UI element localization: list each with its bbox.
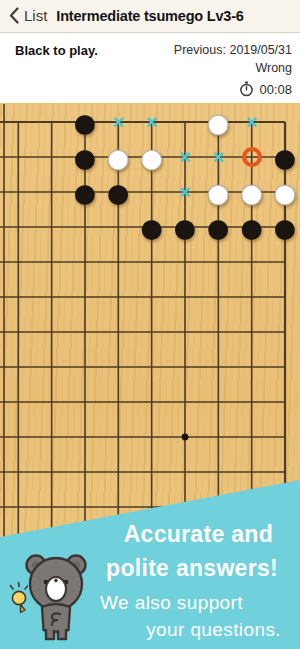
bear-mascot-icon <box>8 552 94 644</box>
goban-grid[interactable]: ●●●●●●●●●●●●●●●●×××××× <box>2 105 300 525</box>
lightbulb-rays-icon <box>11 583 28 590</box>
black-stone-glyph: ● <box>171 204 199 250</box>
x-mark-glyph: × <box>246 111 258 134</box>
white-stone[interactable]: ● <box>268 175 300 210</box>
instruction-text: Black to play. <box>15 43 98 58</box>
banner-line-3: We also support <box>100 589 243 616</box>
banner-line-2: polite answers! <box>100 551 278 585</box>
page-title: Intermediate tsumego Lv3-6 <box>0 8 300 24</box>
black-stone[interactable]: ● <box>168 210 201 245</box>
nav-bar: List Intermediate tsumego Lv3-6 <box>0 0 300 33</box>
white-stone[interactable]: ● <box>135 140 168 175</box>
black-stone[interactable]: ● <box>68 175 101 210</box>
white-stone-glyph: ● <box>104 134 132 180</box>
white-stone-glyph: ● <box>238 169 266 215</box>
banner-line-4: your questions. <box>100 616 281 643</box>
circle-marker-ring <box>242 147 262 167</box>
stopwatch-icon <box>239 81 254 97</box>
white-stone[interactable]: ● <box>235 175 268 210</box>
white-stone-glyph: ● <box>271 169 299 215</box>
white-stone[interactable]: ● <box>102 140 135 175</box>
x-mark[interactable]: × <box>235 105 268 140</box>
timer: 00:08 <box>239 81 292 97</box>
lightbulb-icon <box>12 591 25 612</box>
white-stone-glyph: ● <box>204 169 232 215</box>
previous-date: Previous: 2019/05/31 <box>174 43 292 57</box>
white-stone-glyph: ● <box>204 99 232 145</box>
banner-text: Accurate and polite answers! We also sup… <box>100 517 281 643</box>
x-mark[interactable]: × <box>168 140 201 175</box>
x-mark-glyph: × <box>179 146 191 169</box>
banner-line-1: Accurate and <box>100 517 273 551</box>
black-stone[interactable]: ● <box>135 210 168 245</box>
white-stone[interactable]: ● <box>202 175 235 210</box>
white-stone-glyph: ● <box>138 134 166 180</box>
white-stone[interactable]: ● <box>202 105 235 140</box>
previous-result: Wrong <box>255 61 292 75</box>
timer-value: 00:08 <box>259 82 292 97</box>
black-stone-glyph: ● <box>71 169 99 215</box>
black-stone-glyph: ● <box>138 204 166 250</box>
tsumego-app-screen: List Intermediate tsumego Lv3-6 Black to… <box>0 0 300 649</box>
